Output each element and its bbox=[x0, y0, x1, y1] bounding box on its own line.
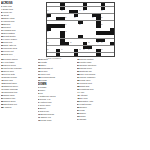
cell-number: 21 bbox=[101, 10, 102, 11]
cell-number: 54 bbox=[101, 42, 102, 43]
down-clues-part2: 18 Ocean motion20 Winter flake21 Sunrise… bbox=[77, 58, 131, 120]
across-clues-column-top: ACROSS 1 Wise bird4 Sushi tuna8 Lion's l… bbox=[1, 1, 45, 57]
cell-number: 60 bbox=[47, 49, 48, 50]
cell-number: 39 bbox=[47, 31, 48, 32]
across-clues-column-bottom: 33 Female sheep34 Held tightly36 Tavern … bbox=[1, 58, 36, 149]
across-clues-part1: 1 Wise bird4 Sushi tuna8 Lion's lair11 E… bbox=[1, 5, 45, 57]
clue-69: 69 Finish bbox=[38, 79, 75, 81]
cell-number: 53 bbox=[97, 42, 98, 43]
cell-number: 55 bbox=[47, 46, 48, 47]
down-clues-part1: 1 Paddle2 Marry3 Fib4 Gathered leaves5 G… bbox=[38, 86, 75, 121]
cell-number: 35 bbox=[79, 24, 80, 25]
crossword-grid[interactable]: 1234567891011121314151617181920212223242… bbox=[46, 2, 115, 57]
cell-number: 4 bbox=[65, 3, 66, 4]
clue-58: 58 Awaken bbox=[1, 106, 36, 108]
cell-number: 10 bbox=[97, 3, 98, 4]
cell-number: 43 bbox=[83, 35, 84, 36]
cell-number: 13 bbox=[47, 7, 48, 8]
cell-number: 44 bbox=[106, 35, 107, 36]
cell-number: 1 bbox=[47, 3, 48, 4]
cell-number: 64 bbox=[88, 49, 89, 50]
cell-number: 52 bbox=[88, 42, 89, 43]
cell-number: 50 bbox=[47, 42, 48, 43]
cell-number: 45 bbox=[110, 35, 111, 36]
cell-number: 29 bbox=[92, 17, 93, 18]
cell-number: 40 bbox=[65, 31, 66, 32]
cell-number: 33 bbox=[101, 21, 102, 22]
cell-number: 30 bbox=[101, 17, 102, 18]
cell-number: 59 bbox=[110, 46, 111, 47]
cell-number: 46 bbox=[47, 39, 48, 40]
cell-number: 66 bbox=[47, 53, 48, 54]
crossword-page: 1234567891011121314151617181920212223242… bbox=[0, 0, 150, 150]
middle-clues-column: 60 Behold61 Wrath62 Story65 Compass pt.6… bbox=[38, 58, 75, 149]
cell-number: 58 bbox=[92, 46, 93, 47]
cell-number: 32 bbox=[83, 21, 84, 22]
cell-number: 69 bbox=[101, 53, 102, 54]
cell-number: 65 bbox=[101, 49, 102, 50]
cell-number: 63 bbox=[83, 49, 84, 50]
across-clues-part2: 33 Female sheep34 Held tightly36 Tavern … bbox=[1, 58, 36, 108]
cell-number: 49 bbox=[106, 39, 107, 40]
clue-32: 32 Frozen water bbox=[1, 56, 45, 57]
cell-number: 8 bbox=[88, 3, 89, 4]
down-clues-column: 18 Ocean motion20 Winter flake21 Sunrise… bbox=[77, 58, 131, 149]
cell-number: 47 bbox=[65, 39, 66, 40]
cell-number: 36 bbox=[101, 24, 102, 25]
cell-number: 20 bbox=[83, 10, 84, 11]
cell-number: 28 bbox=[74, 17, 75, 18]
cell-number: 18 bbox=[61, 10, 62, 11]
cell-number: 9 bbox=[92, 3, 93, 4]
cell-number: 22 bbox=[52, 14, 53, 15]
down-header: DOWN bbox=[38, 82, 75, 85]
across-clues-part3: 60 Behold61 Wrath62 Story65 Compass pt.6… bbox=[38, 58, 75, 81]
cell-number: 5 bbox=[70, 3, 71, 4]
cell-number: 25 bbox=[101, 14, 102, 15]
cell-number: 34 bbox=[65, 24, 66, 25]
cell-number: 2 bbox=[52, 3, 53, 4]
cell-number: 51 bbox=[70, 42, 71, 43]
cell-number: 38 bbox=[56, 28, 57, 29]
cell-number: 57 bbox=[65, 46, 66, 47]
cell-number: 61 bbox=[61, 49, 62, 50]
cell-number: 56 bbox=[61, 46, 62, 47]
clue-64: 64 Spigot bbox=[77, 118, 131, 120]
cell-number: 11 bbox=[106, 3, 107, 4]
across-header: ACROSS bbox=[1, 1, 45, 4]
cell-number: 17 bbox=[47, 10, 48, 11]
cell-number: 19 bbox=[79, 10, 80, 11]
cell-number: 14 bbox=[65, 7, 66, 8]
cell-number: 12 bbox=[110, 3, 111, 4]
cell-number: 68 bbox=[79, 53, 80, 54]
cell-number: 37 bbox=[52, 28, 53, 29]
cell-number: 67 bbox=[61, 53, 62, 54]
cell-number: 27 bbox=[65, 17, 66, 18]
cell-number: 41 bbox=[47, 35, 48, 36]
cell-number: 16 bbox=[106, 7, 107, 8]
cell-number: 26 bbox=[47, 17, 48, 18]
cell-number: 48 bbox=[79, 39, 80, 40]
cell-number: 23 bbox=[70, 14, 71, 15]
cell-number: 7 bbox=[79, 3, 80, 4]
cell-number: 42 bbox=[65, 35, 66, 36]
cell-number: 15 bbox=[88, 7, 89, 8]
cell-number: 62 bbox=[79, 49, 80, 50]
cell-r15c15[interactable] bbox=[110, 53, 114, 56]
cell-number: 3 bbox=[56, 3, 57, 4]
cell-number: 31 bbox=[47, 21, 48, 22]
cell-number: 24 bbox=[79, 14, 80, 15]
cell-number: 6 bbox=[74, 3, 75, 4]
clue-12: 12 Grow older bbox=[38, 119, 75, 121]
